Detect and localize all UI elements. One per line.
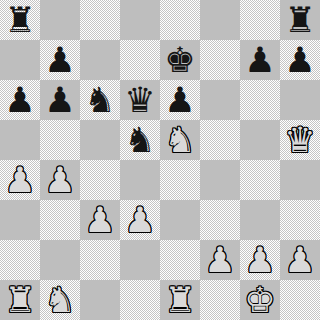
black-pawn[interactable]: ♟ [44, 40, 75, 80]
square-d2[interactable] [120, 240, 160, 280]
white-pawn[interactable]: ♟ [124, 200, 155, 240]
square-g6[interactable] [240, 80, 280, 120]
square-c5[interactable] [80, 120, 120, 160]
square-d5[interactable]: ♞ [120, 120, 160, 160]
square-e4[interactable] [160, 160, 200, 200]
white-knight[interactable]: ♞ [164, 120, 195, 160]
square-h4[interactable] [280, 160, 320, 200]
square-c8[interactable] [80, 0, 120, 40]
white-knight[interactable]: ♞ [44, 280, 75, 320]
square-f2[interactable]: ♟ [200, 240, 240, 280]
black-knight[interactable]: ♞ [124, 120, 155, 160]
square-h2[interactable]: ♟ [280, 240, 320, 280]
white-pawn[interactable]: ♟ [204, 240, 235, 280]
square-b2[interactable] [40, 240, 80, 280]
square-c3[interactable]: ♟ [80, 200, 120, 240]
square-c2[interactable] [80, 240, 120, 280]
square-b7[interactable]: ♟ [40, 40, 80, 80]
square-a2[interactable] [0, 240, 40, 280]
white-pawn[interactable]: ♟ [84, 200, 115, 240]
square-h1[interactable] [280, 280, 320, 320]
square-h6[interactable] [280, 80, 320, 120]
square-e5[interactable]: ♞ [160, 120, 200, 160]
white-king[interactable]: ♚ [244, 280, 275, 320]
square-d1[interactable] [120, 280, 160, 320]
square-g2[interactable]: ♟ [240, 240, 280, 280]
black-pawn[interactable]: ♟ [44, 80, 75, 120]
square-e3[interactable] [160, 200, 200, 240]
black-rook[interactable]: ♜ [284, 0, 315, 40]
square-c4[interactable] [80, 160, 120, 200]
white-rook[interactable]: ♜ [4, 280, 35, 320]
square-g3[interactable] [240, 200, 280, 240]
black-pawn[interactable]: ♟ [4, 80, 35, 120]
square-a3[interactable] [0, 200, 40, 240]
square-g4[interactable] [240, 160, 280, 200]
square-b3[interactable] [40, 200, 80, 240]
square-h7[interactable]: ♟ [280, 40, 320, 80]
black-rook[interactable]: ♜ [4, 0, 35, 40]
square-e1[interactable]: ♜ [160, 280, 200, 320]
black-knight[interactable]: ♞ [84, 80, 115, 120]
square-a7[interactable] [0, 40, 40, 80]
square-b6[interactable]: ♟ [40, 80, 80, 120]
square-h5[interactable]: ♛ [280, 120, 320, 160]
square-b8[interactable] [40, 0, 80, 40]
square-e7[interactable]: ♚ [160, 40, 200, 80]
square-d3[interactable]: ♟ [120, 200, 160, 240]
white-pawn[interactable]: ♟ [244, 240, 275, 280]
square-g7[interactable]: ♟ [240, 40, 280, 80]
square-f3[interactable] [200, 200, 240, 240]
white-pawn[interactable]: ♟ [284, 240, 315, 280]
square-a1[interactable]: ♜ [0, 280, 40, 320]
square-g5[interactable] [240, 120, 280, 160]
square-d6[interactable]: ♛ [120, 80, 160, 120]
square-h8[interactable]: ♜ [280, 0, 320, 40]
square-c7[interactable] [80, 40, 120, 80]
square-e2[interactable] [160, 240, 200, 280]
square-g1[interactable]: ♚ [240, 280, 280, 320]
square-a6[interactable]: ♟ [0, 80, 40, 120]
square-f7[interactable] [200, 40, 240, 80]
square-g8[interactable] [240, 0, 280, 40]
black-king[interactable]: ♚ [164, 40, 195, 80]
square-c6[interactable]: ♞ [80, 80, 120, 120]
square-a8[interactable]: ♜ [0, 0, 40, 40]
square-e8[interactable] [160, 0, 200, 40]
square-f6[interactable] [200, 80, 240, 120]
square-d8[interactable] [120, 0, 160, 40]
square-b5[interactable] [40, 120, 80, 160]
square-f5[interactable] [200, 120, 240, 160]
square-f8[interactable] [200, 0, 240, 40]
square-c1[interactable] [80, 280, 120, 320]
square-b4[interactable]: ♟ [40, 160, 80, 200]
white-queen[interactable]: ♛ [284, 120, 315, 160]
white-rook[interactable]: ♜ [164, 280, 195, 320]
square-a5[interactable] [0, 120, 40, 160]
square-d4[interactable] [120, 160, 160, 200]
square-f1[interactable] [200, 280, 240, 320]
square-h3[interactable] [280, 200, 320, 240]
square-d7[interactable] [120, 40, 160, 80]
square-b1[interactable]: ♞ [40, 280, 80, 320]
black-pawn[interactable]: ♟ [284, 40, 315, 80]
black-pawn[interactable]: ♟ [164, 80, 195, 120]
square-a4[interactable]: ♟ [0, 160, 40, 200]
square-f4[interactable] [200, 160, 240, 200]
white-pawn[interactable]: ♟ [44, 160, 75, 200]
white-pawn[interactable]: ♟ [4, 160, 35, 200]
black-pawn[interactable]: ♟ [244, 40, 275, 80]
chess-board: ♜♜♟♚♟♟♟♟♞♛♟♞♞♛♟♟♟♟♟♟♟♜♞♜♚ [0, 0, 320, 320]
square-e6[interactable]: ♟ [160, 80, 200, 120]
black-queen[interactable]: ♛ [124, 80, 155, 120]
